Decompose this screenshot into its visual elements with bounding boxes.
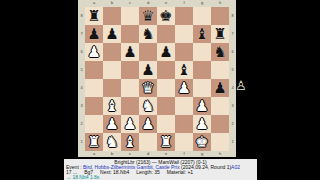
file-label: e xyxy=(157,151,175,157)
file-labels-top: abcdefgh xyxy=(85,0,229,7)
file-label: h xyxy=(211,0,229,7)
content-frame: abcdefgh 87654321 ♜♛♚♟♟♞♝♜♟♟♟♞♟♝♛♟♟♝♞♟♟♟… xyxy=(64,0,257,180)
square-c6[interactable]: ♟ xyxy=(121,43,139,61)
rank-label: 6 xyxy=(229,43,236,61)
square-h1[interactable] xyxy=(211,133,229,151)
white-pawn-piece[interactable]: ♟ xyxy=(195,97,208,115)
square-b4[interactable] xyxy=(103,79,121,97)
file-label: d xyxy=(139,151,157,157)
square-h5[interactable] xyxy=(211,61,229,79)
file-label: b xyxy=(103,0,121,7)
white-king-piece[interactable]: ♚ xyxy=(195,133,208,151)
file-label: f xyxy=(175,151,193,157)
square-a6[interactable]: ♟ xyxy=(85,43,103,61)
square-g1[interactable]: ♚ xyxy=(193,133,211,151)
square-a2[interactable] xyxy=(85,115,103,133)
square-f3[interactable] xyxy=(175,97,193,115)
square-a4[interactable] xyxy=(85,79,103,97)
white-knight-piece[interactable]: ♞ xyxy=(105,133,118,151)
black-pawn-piece[interactable]: ♟ xyxy=(123,43,136,61)
square-d8[interactable]: ♛ xyxy=(139,7,157,25)
white-rook-piece[interactable]: ♜ xyxy=(159,133,172,151)
black-rook-piece[interactable]: ♜ xyxy=(213,25,226,43)
file-label: b xyxy=(103,151,121,157)
square-g2[interactable]: ♟ xyxy=(193,115,211,133)
black-pawn-piece[interactable]: ♟ xyxy=(213,79,226,97)
square-a7[interactable]: ♟ xyxy=(85,25,103,43)
white-knight-piece[interactable]: ♞ xyxy=(141,97,154,115)
square-d3[interactable]: ♞ xyxy=(139,97,157,115)
file-labels-bottom: abcdefgh xyxy=(85,151,229,157)
file-label: f xyxy=(175,0,193,7)
black-pawn-piece[interactable]: ♟ xyxy=(141,61,154,79)
rank-label: 5 xyxy=(78,61,85,79)
square-c2[interactable]: ♟ xyxy=(121,115,139,133)
rank-label: 6 xyxy=(78,43,85,61)
square-a3[interactable] xyxy=(85,97,103,115)
square-e3[interactable] xyxy=(157,97,175,115)
black-pawn-piece[interactable]: ♟ xyxy=(105,25,118,43)
black-knight-piece[interactable]: ♞ xyxy=(141,25,154,43)
rank-label: 7 xyxy=(229,25,236,43)
square-b3[interactable]: ♝ xyxy=(103,97,121,115)
file-label: g xyxy=(193,151,211,157)
square-h3[interactable] xyxy=(211,97,229,115)
white-pawn-piece[interactable]: ♟ xyxy=(177,79,190,97)
event-link[interactable]: Bird, Hobbs-Zilbermints Gambit, Castle P… xyxy=(83,164,180,170)
white-pawn-piece[interactable]: ♟ xyxy=(87,43,100,61)
file-label: e xyxy=(157,0,175,7)
square-e8[interactable]: ♚ xyxy=(157,7,175,25)
black-pawn-piece[interactable]: ♟ xyxy=(159,43,172,61)
rank-label: 2 xyxy=(78,115,85,133)
black-knight-piece[interactable]: ♞ xyxy=(213,43,226,61)
square-b2[interactable]: ♟ xyxy=(103,115,121,133)
rank-label: 3 xyxy=(229,97,236,115)
square-h7[interactable]: ♜ xyxy=(211,25,229,43)
rank-label: 8 xyxy=(78,7,85,25)
rank-label: 3 xyxy=(78,97,85,115)
square-b6[interactable] xyxy=(103,43,121,61)
rank-labels-left: 87654321 xyxy=(78,7,85,151)
black-pawn-piece[interactable]: ♟ xyxy=(87,25,100,43)
eco-code: A02 xyxy=(231,164,240,170)
white-pawn-piece[interactable]: ♟ xyxy=(105,115,118,133)
white-pawn-icon: ♙ xyxy=(235,78,247,93)
rank-label: 8 xyxy=(229,7,236,25)
square-g3[interactable]: ♟ xyxy=(193,97,211,115)
square-g5[interactable] xyxy=(193,61,211,79)
file-label: d xyxy=(139,0,157,7)
rank-label: 1 xyxy=(229,133,236,151)
white-pawn-piece[interactable]: ♟ xyxy=(141,115,154,133)
square-d2[interactable]: ♟ xyxy=(139,115,157,133)
square-b5[interactable] xyxy=(103,61,121,79)
square-e2[interactable] xyxy=(157,115,175,133)
square-b8[interactable] xyxy=(103,7,121,25)
square-b7[interactable]: ♟ xyxy=(103,25,121,43)
black-king-piece[interactable]: ♚ xyxy=(159,7,172,25)
square-c8[interactable] xyxy=(121,7,139,25)
file-label: g xyxy=(193,0,211,7)
square-d4[interactable]: ♛ xyxy=(139,79,157,97)
file-label: a xyxy=(85,151,103,157)
square-c1[interactable]: ♝ xyxy=(121,133,139,151)
board-corner xyxy=(229,151,236,157)
file-label: c xyxy=(121,0,139,7)
square-d5[interactable]: ♟ xyxy=(139,61,157,79)
square-f8[interactable] xyxy=(175,7,193,25)
square-h6[interactable]: ♞ xyxy=(211,43,229,61)
square-e1[interactable]: ♜ xyxy=(157,133,175,151)
rank-label: 5 xyxy=(229,61,236,79)
white-bishop-piece[interactable]: ♝ xyxy=(105,97,118,115)
next-move: Next: 18.Nb4 xyxy=(100,170,129,175)
game-length: Length: 35 xyxy=(136,170,160,175)
file-label: h xyxy=(211,151,229,157)
square-f5[interactable]: ♝ xyxy=(175,61,193,79)
white-pawn-piece[interactable]: ♟ xyxy=(195,115,208,133)
white-queen-piece[interactable]: ♛ xyxy=(141,79,154,97)
square-f4[interactable]: ♟ xyxy=(175,79,193,97)
file-label: c xyxy=(121,151,139,157)
square-g8[interactable] xyxy=(193,7,211,25)
board-corner xyxy=(229,0,236,7)
square-e7[interactable] xyxy=(157,25,175,43)
black-bishop-piece[interactable]: ♝ xyxy=(177,61,190,79)
square-f6[interactable] xyxy=(175,43,193,61)
square-a5[interactable] xyxy=(85,61,103,79)
square-e5[interactable] xyxy=(157,61,175,79)
white-pawn-piece[interactable]: ♟ xyxy=(123,115,136,133)
chess-board[interactable]: ♜♛♚♟♟♞♝♜♟♟♟♞♟♝♛♟♟♝♞♟♟♟♟♟♜♞♝♜♚ xyxy=(85,7,229,151)
square-g7[interactable]: ♝ xyxy=(193,25,211,43)
square-c5[interactable] xyxy=(121,61,139,79)
black-rook-piece[interactable]: ♜ xyxy=(87,7,100,25)
square-f1[interactable] xyxy=(175,133,193,151)
square-a8[interactable]: ♜ xyxy=(85,7,103,25)
square-h2[interactable] xyxy=(211,115,229,133)
square-e6[interactable]: ♟ xyxy=(157,43,175,61)
square-c4[interactable] xyxy=(121,79,139,97)
square-g4[interactable] xyxy=(193,79,211,97)
black-bishop-piece[interactable]: ♝ xyxy=(195,25,208,43)
square-h4[interactable]: ♟ xyxy=(211,79,229,97)
square-f2[interactable] xyxy=(175,115,193,133)
info-bar: BrightLbr (2163) — MarsWail (2207) (0-1)… xyxy=(64,159,257,180)
rank-label: 4 xyxy=(78,79,85,97)
rank-label: 7 xyxy=(78,25,85,43)
material-balance: Material: +1 xyxy=(167,170,193,175)
square-d7[interactable]: ♞ xyxy=(139,25,157,43)
square-d1[interactable] xyxy=(139,133,157,151)
square-b1[interactable]: ♞ xyxy=(103,133,121,151)
file-label: a xyxy=(85,0,103,7)
square-c7[interactable] xyxy=(121,25,139,43)
square-e4[interactable] xyxy=(157,79,175,97)
video-stage: abcdefgh 87654321 ♜♛♚♟♟♞♝♜♟♟♟♞♟♝♛♟♟♝♞♟♟♟… xyxy=(0,0,320,180)
square-f7[interactable] xyxy=(175,25,193,43)
board-corner xyxy=(78,0,85,7)
engine-suggestion-line: → 18.Nb4 1.8s xyxy=(64,175,257,180)
rank-label: 2 xyxy=(229,115,236,133)
white-bishop-piece[interactable]: ♝ xyxy=(123,133,136,151)
square-c3[interactable] xyxy=(121,97,139,115)
white-rook-piece[interactable]: ♜ xyxy=(87,133,100,151)
square-d6[interactable] xyxy=(139,43,157,61)
square-g6[interactable] xyxy=(193,43,211,61)
board-corner xyxy=(78,151,85,157)
chess-board-assembly: abcdefgh 87654321 ♜♛♚♟♟♞♝♜♟♟♟♞♟♝♛♟♟♝♞♟♟♟… xyxy=(78,0,236,157)
square-h8[interactable] xyxy=(211,7,229,25)
black-queen-piece[interactable]: ♛ xyxy=(141,7,154,25)
square-a1[interactable]: ♜ xyxy=(85,133,103,151)
rank-label: 1 xyxy=(78,133,85,151)
